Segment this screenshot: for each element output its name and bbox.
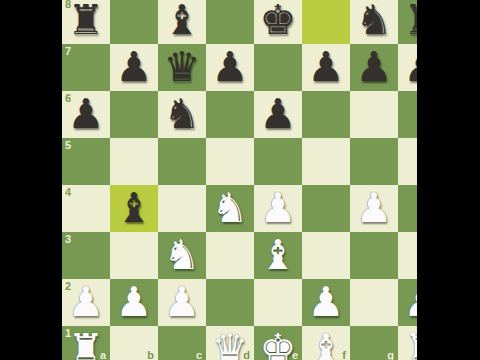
rank-label-3: 3: [65, 233, 71, 245]
white-bishop[interactable]: ♝: [260, 232, 297, 279]
square-d6[interactable]: [206, 91, 254, 138]
square-c8[interactable]: ♝: [158, 0, 206, 44]
square-f6[interactable]: [302, 91, 350, 138]
square-d3[interactable]: [206, 232, 254, 279]
black-pawn[interactable]: ♟: [116, 44, 153, 91]
square-f2[interactable]: ♟: [302, 279, 350, 326]
square-f7[interactable]: ♟: [302, 44, 350, 91]
rank-label-5: 5: [65, 139, 71, 151]
square-f1[interactable]: f♝: [302, 326, 350, 360]
white-rook[interactable]: ♜: [68, 326, 105, 360]
black-bishop[interactable]: ♝: [116, 185, 153, 232]
square-h5[interactable]: [398, 138, 417, 185]
rank-label-1: 1: [65, 327, 71, 339]
white-king[interactable]: ♚: [260, 326, 297, 360]
square-e2[interactable]: [254, 279, 302, 326]
square-d7[interactable]: ♟: [206, 44, 254, 91]
square-e3[interactable]: ♝: [254, 232, 302, 279]
black-pawn[interactable]: ♟: [68, 91, 105, 138]
chess-board: 8♜♝♚♞♜7♟♛♟♟♟♟6♟♞♟54♝♞♟♟3♞♝2♟♟♟♟♟1a♜bcd♛e…: [62, 0, 417, 360]
file-label-d: d: [243, 349, 250, 360]
file-label-c: c: [196, 349, 202, 360]
black-pawn[interactable]: ♟: [404, 44, 417, 91]
square-b3[interactable]: [110, 232, 158, 279]
square-b8[interactable]: [110, 0, 158, 44]
white-pawn[interactable]: ♟: [356, 185, 393, 232]
letterbox-left: [0, 0, 62, 360]
square-c6[interactable]: ♞: [158, 91, 206, 138]
square-h4[interactable]: [398, 185, 417, 232]
board-window: 8♜♝♚♞♜7♟♛♟♟♟♟6♟♞♟54♝♞♟♟3♞♝2♟♟♟♟♟1a♜bcd♛e…: [62, 0, 417, 360]
square-h2[interactable]: ♟: [398, 279, 417, 326]
file-label-b: b: [147, 349, 154, 360]
white-pawn[interactable]: ♟: [164, 279, 201, 326]
square-g5[interactable]: [350, 138, 398, 185]
black-pawn[interactable]: ♟: [308, 44, 345, 91]
square-h6[interactable]: [398, 91, 417, 138]
letterbox-right: [417, 0, 480, 360]
black-knight[interactable]: ♞: [356, 0, 393, 44]
black-queen[interactable]: ♛: [164, 44, 201, 91]
square-d5[interactable]: [206, 138, 254, 185]
white-pawn[interactable]: ♟: [116, 279, 153, 326]
square-f8[interactable]: [302, 0, 350, 44]
square-b1[interactable]: b: [110, 326, 158, 360]
square-g7[interactable]: ♟: [350, 44, 398, 91]
file-label-f: f: [342, 349, 346, 360]
rank-label-2: 2: [65, 280, 71, 292]
rank-label-4: 4: [65, 186, 71, 198]
square-c2[interactable]: ♟: [158, 279, 206, 326]
square-a5[interactable]: 5: [62, 138, 110, 185]
rank-label-6: 6: [65, 92, 71, 104]
square-b5[interactable]: [110, 138, 158, 185]
square-c3[interactable]: ♞: [158, 232, 206, 279]
black-pawn[interactable]: ♟: [212, 44, 249, 91]
square-b6[interactable]: [110, 91, 158, 138]
square-f5[interactable]: [302, 138, 350, 185]
square-a7[interactable]: 7: [62, 44, 110, 91]
square-e7[interactable]: [254, 44, 302, 91]
square-g3[interactable]: [350, 232, 398, 279]
white-pawn[interactable]: ♟: [308, 279, 345, 326]
white-rook[interactable]: ♜: [404, 326, 417, 360]
square-a8[interactable]: 8♜: [62, 0, 110, 44]
white-bishop[interactable]: ♝: [308, 326, 345, 360]
square-a2[interactable]: 2♟: [62, 279, 110, 326]
square-a6[interactable]: 6♟: [62, 91, 110, 138]
square-a1[interactable]: 1a♜: [62, 326, 110, 360]
square-h3[interactable]: [398, 232, 417, 279]
square-f4[interactable]: [302, 185, 350, 232]
square-h7[interactable]: ♟: [398, 44, 417, 91]
square-g8[interactable]: ♞: [350, 0, 398, 44]
square-e4[interactable]: ♟: [254, 185, 302, 232]
black-rook[interactable]: ♜: [68, 0, 105, 44]
square-d8[interactable]: [206, 0, 254, 44]
square-d4[interactable]: ♞: [206, 185, 254, 232]
square-c1[interactable]: c: [158, 326, 206, 360]
rank-label-8: 8: [65, 0, 71, 10]
square-h1[interactable]: h♜: [398, 326, 417, 360]
black-king[interactable]: ♚: [260, 0, 297, 44]
square-g4[interactable]: ♟: [350, 185, 398, 232]
square-e1[interactable]: e♚: [254, 326, 302, 360]
white-pawn[interactable]: ♟: [68, 279, 105, 326]
white-knight[interactable]: ♞: [212, 185, 249, 232]
file-label-g: g: [387, 349, 394, 360]
black-pawn[interactable]: ♟: [356, 44, 393, 91]
square-a4[interactable]: 4: [62, 185, 110, 232]
black-knight[interactable]: ♞: [164, 91, 201, 138]
square-b2[interactable]: ♟: [110, 279, 158, 326]
square-d1[interactable]: d♛: [206, 326, 254, 360]
square-h8[interactable]: ♜: [398, 0, 417, 44]
square-g1[interactable]: g: [350, 326, 398, 360]
square-g2[interactable]: [350, 279, 398, 326]
black-pawn[interactable]: ♟: [260, 91, 297, 138]
rank-label-7: 7: [65, 45, 71, 57]
white-pawn[interactable]: ♟: [260, 185, 297, 232]
square-b4[interactable]: ♝: [110, 185, 158, 232]
square-b7[interactable]: ♟: [110, 44, 158, 91]
square-g6[interactable]: [350, 91, 398, 138]
square-f3[interactable]: [302, 232, 350, 279]
square-e6[interactable]: ♟: [254, 91, 302, 138]
video-frame: 8♜♝♚♞♜7♟♛♟♟♟♟6♟♞♟54♝♞♟♟3♞♝2♟♟♟♟♟1a♜bcd♛e…: [0, 0, 480, 360]
square-a3[interactable]: 3: [62, 232, 110, 279]
black-rook[interactable]: ♜: [404, 0, 417, 44]
square-c4[interactable]: [158, 185, 206, 232]
square-d2[interactable]: [206, 279, 254, 326]
white-knight[interactable]: ♞: [164, 232, 201, 279]
square-e5[interactable]: [254, 138, 302, 185]
file-label-a: a: [100, 349, 106, 360]
square-e8[interactable]: ♚: [254, 0, 302, 44]
white-pawn[interactable]: ♟: [404, 279, 417, 326]
file-label-e: e: [292, 349, 298, 360]
black-bishop[interactable]: ♝: [164, 0, 201, 44]
square-c5[interactable]: [158, 138, 206, 185]
square-c7[interactable]: ♛: [158, 44, 206, 91]
